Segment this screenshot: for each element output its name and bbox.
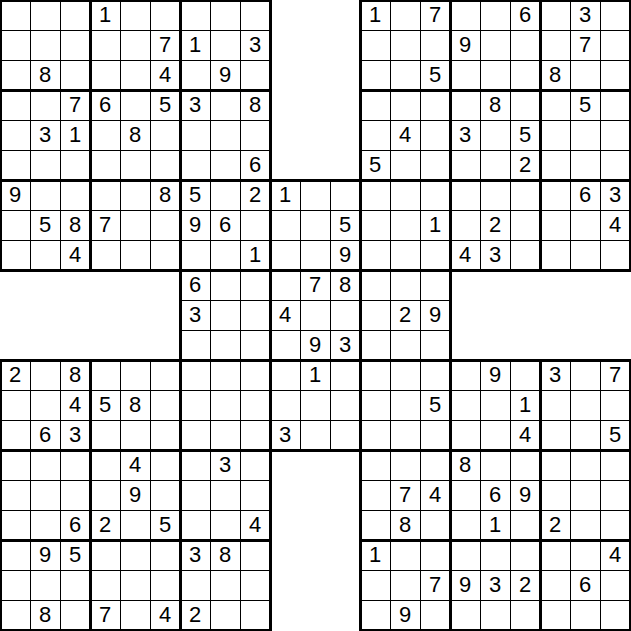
cell-r15c21[interactable]: 5 bbox=[600, 420, 630, 450]
cell-r16c5[interactable]: 4 bbox=[120, 450, 150, 480]
cell-r3c7[interactable] bbox=[180, 60, 210, 90]
cell-r13c7[interactable] bbox=[180, 360, 210, 390]
cell-r19c6[interactable] bbox=[150, 540, 180, 570]
cell-r11c15[interactable]: 9 bbox=[420, 300, 450, 330]
cell-r8c17[interactable]: 2 bbox=[480, 210, 510, 240]
cell-r8c21[interactable]: 4 bbox=[600, 210, 630, 240]
cell-r2c17[interactable] bbox=[480, 30, 510, 60]
cell-r2c16[interactable]: 9 bbox=[450, 30, 480, 60]
cell-r4c4[interactable]: 6 bbox=[90, 90, 120, 120]
cell-r13c4[interactable] bbox=[90, 360, 120, 390]
cell-r7c1[interactable]: 9 bbox=[0, 180, 30, 210]
cell-r21c14[interactable]: 9 bbox=[390, 600, 420, 630]
cell-r21c2[interactable]: 8 bbox=[30, 600, 60, 630]
cell-r7c17[interactable] bbox=[480, 180, 510, 210]
cell-r11c13[interactable] bbox=[360, 300, 390, 330]
cell-r17c4[interactable] bbox=[90, 480, 120, 510]
cell-r10c10[interactable] bbox=[270, 270, 300, 300]
cell-r5c14[interactable]: 4 bbox=[390, 120, 420, 150]
cell-r10c11[interactable]: 7 bbox=[300, 270, 330, 300]
cell-r4c2[interactable] bbox=[30, 90, 60, 120]
cell-r9c20[interactable] bbox=[570, 240, 600, 270]
cell-r10c9[interactable] bbox=[240, 270, 270, 300]
cell-r17c17[interactable]: 6 bbox=[480, 480, 510, 510]
cell-r1c6[interactable] bbox=[150, 0, 180, 30]
cell-r1c9[interactable] bbox=[240, 0, 270, 30]
cell-r19c9[interactable] bbox=[240, 540, 270, 570]
cell-r13c21[interactable]: 7 bbox=[600, 360, 630, 390]
cell-r18c13[interactable] bbox=[360, 510, 390, 540]
cell-r8c8[interactable]: 6 bbox=[210, 210, 240, 240]
cell-r2c9[interactable]: 3 bbox=[240, 30, 270, 60]
cell-r18c5[interactable] bbox=[120, 510, 150, 540]
cell-r17c18[interactable]: 9 bbox=[510, 480, 540, 510]
cell-r17c7[interactable] bbox=[180, 480, 210, 510]
cell-r14c12[interactable] bbox=[330, 390, 360, 420]
cell-r16c16[interactable]: 8 bbox=[450, 450, 480, 480]
cell-r17c8[interactable] bbox=[210, 480, 240, 510]
cell-r1c15[interactable]: 7 bbox=[420, 0, 450, 30]
cell-r16c9[interactable] bbox=[240, 450, 270, 480]
cell-r1c3[interactable] bbox=[60, 0, 90, 30]
cell-r19c5[interactable] bbox=[120, 540, 150, 570]
cell-r2c13[interactable] bbox=[360, 30, 390, 60]
cell-r15c14[interactable] bbox=[390, 420, 420, 450]
cell-r5c7[interactable] bbox=[180, 120, 210, 150]
cell-r13c19[interactable]: 3 bbox=[540, 360, 570, 390]
cell-r7c11[interactable] bbox=[300, 180, 330, 210]
cell-r14c2[interactable] bbox=[30, 390, 60, 420]
cell-r15c17[interactable] bbox=[480, 420, 510, 450]
cell-r4c7[interactable]: 3 bbox=[180, 90, 210, 120]
cell-r14c8[interactable] bbox=[210, 390, 240, 420]
cell-r9c19[interactable] bbox=[540, 240, 570, 270]
cell-r6c1[interactable] bbox=[0, 150, 30, 180]
cell-r20c5[interactable] bbox=[120, 570, 150, 600]
cell-r9c10[interactable] bbox=[270, 240, 300, 270]
cell-r19c4[interactable] bbox=[90, 540, 120, 570]
cell-r11c8[interactable] bbox=[210, 300, 240, 330]
cell-r21c8[interactable] bbox=[210, 600, 240, 630]
cell-r15c13[interactable] bbox=[360, 420, 390, 450]
cell-r3c19[interactable]: 8 bbox=[540, 60, 570, 90]
cell-r10c15[interactable] bbox=[420, 270, 450, 300]
cell-r16c8[interactable]: 3 bbox=[210, 450, 240, 480]
cell-r4c1[interactable] bbox=[0, 90, 30, 120]
cell-r8c1[interactable] bbox=[0, 210, 30, 240]
cell-r1c20[interactable]: 3 bbox=[570, 0, 600, 30]
cell-r13c1[interactable]: 2 bbox=[0, 360, 30, 390]
cell-r13c16[interactable] bbox=[450, 360, 480, 390]
cell-r13c14[interactable] bbox=[390, 360, 420, 390]
cell-r8c10[interactable] bbox=[270, 210, 300, 240]
cell-r14c1[interactable] bbox=[0, 390, 30, 420]
cell-r19c2[interactable]: 9 bbox=[30, 540, 60, 570]
cell-r5c4[interactable] bbox=[90, 120, 120, 150]
cell-r3c14[interactable] bbox=[390, 60, 420, 90]
cell-r5c2[interactable]: 3 bbox=[30, 120, 60, 150]
cell-r16c6[interactable] bbox=[150, 450, 180, 480]
cell-r7c18[interactable] bbox=[510, 180, 540, 210]
cell-r9c12[interactable]: 9 bbox=[330, 240, 360, 270]
cell-r1c17[interactable] bbox=[480, 0, 510, 30]
cell-r2c18[interactable] bbox=[510, 30, 540, 60]
cell-r15c7[interactable] bbox=[180, 420, 210, 450]
cell-r6c6[interactable] bbox=[150, 150, 180, 180]
cell-r8c11[interactable] bbox=[300, 210, 330, 240]
cell-r16c15[interactable] bbox=[420, 450, 450, 480]
cell-r11c14[interactable]: 2 bbox=[390, 300, 420, 330]
cell-r18c2[interactable] bbox=[30, 510, 60, 540]
cell-r6c5[interactable] bbox=[120, 150, 150, 180]
cell-r3c3[interactable] bbox=[60, 60, 90, 90]
cell-r3c9[interactable] bbox=[240, 60, 270, 90]
cell-r20c6[interactable] bbox=[150, 570, 180, 600]
cell-r18c1[interactable] bbox=[0, 510, 30, 540]
cell-r7c9[interactable]: 2 bbox=[240, 180, 270, 210]
cell-r2c1[interactable] bbox=[0, 30, 30, 60]
cell-r5c16[interactable]: 3 bbox=[450, 120, 480, 150]
cell-r4c15[interactable] bbox=[420, 90, 450, 120]
cell-r7c13[interactable] bbox=[360, 180, 390, 210]
cell-r13c18[interactable] bbox=[510, 360, 540, 390]
cell-r16c20[interactable] bbox=[570, 450, 600, 480]
cell-r18c16[interactable] bbox=[450, 510, 480, 540]
cell-r13c6[interactable] bbox=[150, 360, 180, 390]
cell-r11c12[interactable] bbox=[330, 300, 360, 330]
cell-r19c20[interactable] bbox=[570, 540, 600, 570]
cell-r12c14[interactable] bbox=[390, 330, 420, 360]
cell-r19c21[interactable]: 4 bbox=[600, 540, 630, 570]
cell-r21c16[interactable] bbox=[450, 600, 480, 630]
cell-r18c17[interactable]: 1 bbox=[480, 510, 510, 540]
cell-r5c6[interactable] bbox=[150, 120, 180, 150]
cell-r4c21[interactable] bbox=[600, 90, 630, 120]
cell-r9c1[interactable] bbox=[0, 240, 30, 270]
cell-r14c15[interactable]: 5 bbox=[420, 390, 450, 420]
cell-r10c13[interactable] bbox=[360, 270, 390, 300]
cell-r19c7[interactable]: 3 bbox=[180, 540, 210, 570]
cell-r18c6[interactable]: 5 bbox=[150, 510, 180, 540]
cell-r8c15[interactable]: 1 bbox=[420, 210, 450, 240]
cell-r16c17[interactable] bbox=[480, 450, 510, 480]
cell-r13c9[interactable] bbox=[240, 360, 270, 390]
cell-r18c15[interactable] bbox=[420, 510, 450, 540]
cell-r9c8[interactable] bbox=[210, 240, 240, 270]
cell-r16c14[interactable] bbox=[390, 450, 420, 480]
cell-r18c8[interactable] bbox=[210, 510, 240, 540]
cell-r14c9[interactable] bbox=[240, 390, 270, 420]
cell-r15c3[interactable]: 3 bbox=[60, 420, 90, 450]
cell-r18c3[interactable]: 6 bbox=[60, 510, 90, 540]
cell-r20c19[interactable] bbox=[540, 570, 570, 600]
cell-r16c21[interactable] bbox=[600, 450, 630, 480]
cell-r18c20[interactable] bbox=[570, 510, 600, 540]
cell-r11c11[interactable] bbox=[300, 300, 330, 330]
cell-r1c5[interactable] bbox=[120, 0, 150, 30]
cell-r7c20[interactable]: 6 bbox=[570, 180, 600, 210]
cell-r3c6[interactable]: 4 bbox=[150, 60, 180, 90]
cell-r2c5[interactable] bbox=[120, 30, 150, 60]
cell-r13c2[interactable] bbox=[30, 360, 60, 390]
cell-r6c18[interactable]: 2 bbox=[510, 150, 540, 180]
cell-r17c16[interactable] bbox=[450, 480, 480, 510]
cell-r21c17[interactable] bbox=[480, 600, 510, 630]
cell-r17c1[interactable] bbox=[0, 480, 30, 510]
cell-r6c19[interactable] bbox=[540, 150, 570, 180]
cell-r19c3[interactable]: 5 bbox=[60, 540, 90, 570]
cell-r5c5[interactable]: 8 bbox=[120, 120, 150, 150]
cell-r5c15[interactable] bbox=[420, 120, 450, 150]
cell-r7c3[interactable] bbox=[60, 180, 90, 210]
cell-r13c10[interactable] bbox=[270, 360, 300, 390]
cell-r3c1[interactable] bbox=[0, 60, 30, 90]
cell-r10c12[interactable]: 8 bbox=[330, 270, 360, 300]
cell-r7c10[interactable]: 1 bbox=[270, 180, 300, 210]
cell-r7c7[interactable]: 5 bbox=[180, 180, 210, 210]
cell-r15c18[interactable]: 4 bbox=[510, 420, 540, 450]
cell-r1c21[interactable] bbox=[600, 0, 630, 30]
cell-r1c7[interactable] bbox=[180, 0, 210, 30]
cell-r14c10[interactable] bbox=[270, 390, 300, 420]
cell-r17c5[interactable]: 9 bbox=[120, 480, 150, 510]
cell-r13c11[interactable]: 1 bbox=[300, 360, 330, 390]
cell-r20c2[interactable] bbox=[30, 570, 60, 600]
cell-r19c19[interactable] bbox=[540, 540, 570, 570]
cell-r1c16[interactable] bbox=[450, 0, 480, 30]
cell-r3c21[interactable] bbox=[600, 60, 630, 90]
cell-r4c6[interactable]: 5 bbox=[150, 90, 180, 120]
cell-r2c2[interactable] bbox=[30, 30, 60, 60]
cell-r21c6[interactable]: 4 bbox=[150, 600, 180, 630]
cell-r5c13[interactable] bbox=[360, 120, 390, 150]
cell-r7c12[interactable] bbox=[330, 180, 360, 210]
cell-r16c13[interactable] bbox=[360, 450, 390, 480]
cell-r18c14[interactable]: 8 bbox=[390, 510, 420, 540]
cell-r21c5[interactable] bbox=[120, 600, 150, 630]
cell-r10c14[interactable] bbox=[390, 270, 420, 300]
cell-r8c9[interactable] bbox=[240, 210, 270, 240]
cell-r4c18[interactable] bbox=[510, 90, 540, 120]
cell-r3c16[interactable] bbox=[450, 60, 480, 90]
cell-r11c7[interactable]: 3 bbox=[180, 300, 210, 330]
cell-r16c7[interactable] bbox=[180, 450, 210, 480]
cell-r21c9[interactable] bbox=[240, 600, 270, 630]
cell-r5c19[interactable] bbox=[540, 120, 570, 150]
cell-r16c3[interactable] bbox=[60, 450, 90, 480]
cell-r19c8[interactable]: 8 bbox=[210, 540, 240, 570]
cell-r19c13[interactable]: 1 bbox=[360, 540, 390, 570]
cell-r7c15[interactable] bbox=[420, 180, 450, 210]
cell-r8c13[interactable] bbox=[360, 210, 390, 240]
cell-r18c4[interactable]: 2 bbox=[90, 510, 120, 540]
cell-r4c9[interactable]: 8 bbox=[240, 90, 270, 120]
cell-r12c8[interactable] bbox=[210, 330, 240, 360]
cell-r17c20[interactable] bbox=[570, 480, 600, 510]
cell-r8c14[interactable] bbox=[390, 210, 420, 240]
cell-r4c19[interactable] bbox=[540, 90, 570, 120]
cell-r18c9[interactable]: 4 bbox=[240, 510, 270, 540]
cell-r5c8[interactable] bbox=[210, 120, 240, 150]
cell-r15c16[interactable] bbox=[450, 420, 480, 450]
cell-r20c4[interactable] bbox=[90, 570, 120, 600]
cell-r9c13[interactable] bbox=[360, 240, 390, 270]
cell-r9c2[interactable] bbox=[30, 240, 60, 270]
cell-r1c4[interactable]: 1 bbox=[90, 0, 120, 30]
cell-r2c3[interactable] bbox=[60, 30, 90, 60]
cell-r7c8[interactable] bbox=[210, 180, 240, 210]
cell-r12c9[interactable] bbox=[240, 330, 270, 360]
cell-r2c19[interactable] bbox=[540, 30, 570, 60]
cell-r6c2[interactable] bbox=[30, 150, 60, 180]
cell-r21c13[interactable] bbox=[360, 600, 390, 630]
cell-r14c11[interactable] bbox=[300, 390, 330, 420]
cell-r7c4[interactable] bbox=[90, 180, 120, 210]
cell-r20c16[interactable]: 9 bbox=[450, 570, 480, 600]
cell-r19c18[interactable] bbox=[510, 540, 540, 570]
cell-r6c9[interactable]: 6 bbox=[240, 150, 270, 180]
cell-r4c3[interactable]: 7 bbox=[60, 90, 90, 120]
cell-r3c15[interactable]: 5 bbox=[420, 60, 450, 90]
cell-r9c5[interactable] bbox=[120, 240, 150, 270]
cell-r3c8[interactable]: 9 bbox=[210, 60, 240, 90]
cell-r14c5[interactable]: 8 bbox=[120, 390, 150, 420]
cell-r20c18[interactable]: 2 bbox=[510, 570, 540, 600]
cell-r12c10[interactable] bbox=[270, 330, 300, 360]
cell-r8c5[interactable] bbox=[120, 210, 150, 240]
cell-r6c15[interactable] bbox=[420, 150, 450, 180]
cell-r21c21[interactable] bbox=[600, 600, 630, 630]
cell-r15c5[interactable] bbox=[120, 420, 150, 450]
cell-r15c9[interactable] bbox=[240, 420, 270, 450]
cell-r12c12[interactable]: 3 bbox=[330, 330, 360, 360]
cell-r9c21[interactable] bbox=[600, 240, 630, 270]
cell-r4c16[interactable] bbox=[450, 90, 480, 120]
cell-r18c7[interactable] bbox=[180, 510, 210, 540]
cell-r7c19[interactable] bbox=[540, 180, 570, 210]
cell-r3c4[interactable] bbox=[90, 60, 120, 90]
cell-r5c21[interactable] bbox=[600, 120, 630, 150]
cell-r2c8[interactable] bbox=[210, 30, 240, 60]
cell-r18c21[interactable] bbox=[600, 510, 630, 540]
cell-r21c7[interactable]: 2 bbox=[180, 600, 210, 630]
cell-r13c12[interactable] bbox=[330, 360, 360, 390]
cell-r4c8[interactable] bbox=[210, 90, 240, 120]
cell-r13c5[interactable] bbox=[120, 360, 150, 390]
cell-r15c8[interactable] bbox=[210, 420, 240, 450]
cell-r9c18[interactable] bbox=[510, 240, 540, 270]
cell-r5c3[interactable]: 1 bbox=[60, 120, 90, 150]
cell-r1c14[interactable] bbox=[390, 0, 420, 30]
cell-r20c15[interactable]: 7 bbox=[420, 570, 450, 600]
cell-r5c17[interactable] bbox=[480, 120, 510, 150]
cell-r20c21[interactable] bbox=[600, 570, 630, 600]
cell-r14c19[interactable] bbox=[540, 390, 570, 420]
cell-r12c11[interactable]: 9 bbox=[300, 330, 330, 360]
cell-r21c1[interactable] bbox=[0, 600, 30, 630]
cell-r8c7[interactable]: 9 bbox=[180, 210, 210, 240]
cell-r16c1[interactable] bbox=[0, 450, 30, 480]
cell-r15c6[interactable] bbox=[150, 420, 180, 450]
cell-r10c7[interactable]: 6 bbox=[180, 270, 210, 300]
cell-r8c3[interactable]: 8 bbox=[60, 210, 90, 240]
cell-r19c14[interactable] bbox=[390, 540, 420, 570]
cell-r5c1[interactable] bbox=[0, 120, 30, 150]
cell-r1c2[interactable] bbox=[30, 0, 60, 30]
cell-r14c7[interactable] bbox=[180, 390, 210, 420]
cell-r15c12[interactable] bbox=[330, 420, 360, 450]
cell-r7c21[interactable]: 3 bbox=[600, 180, 630, 210]
cell-r5c18[interactable]: 5 bbox=[510, 120, 540, 150]
cell-r14c16[interactable] bbox=[450, 390, 480, 420]
cell-r3c2[interactable]: 8 bbox=[30, 60, 60, 90]
cell-r8c6[interactable] bbox=[150, 210, 180, 240]
cell-r21c3[interactable] bbox=[60, 600, 90, 630]
cell-r14c18[interactable]: 1 bbox=[510, 390, 540, 420]
cell-r20c7[interactable] bbox=[180, 570, 210, 600]
cell-r3c13[interactable] bbox=[360, 60, 390, 90]
cell-r8c12[interactable]: 5 bbox=[330, 210, 360, 240]
cell-r21c20[interactable] bbox=[570, 600, 600, 630]
cell-r14c14[interactable] bbox=[390, 390, 420, 420]
cell-r6c14[interactable] bbox=[390, 150, 420, 180]
cell-r20c3[interactable] bbox=[60, 570, 90, 600]
cell-r20c1[interactable] bbox=[0, 570, 30, 600]
cell-r20c9[interactable] bbox=[240, 570, 270, 600]
cell-r7c14[interactable] bbox=[390, 180, 420, 210]
cell-r13c17[interactable]: 9 bbox=[480, 360, 510, 390]
cell-r9c17[interactable]: 3 bbox=[480, 240, 510, 270]
cell-r1c13[interactable]: 1 bbox=[360, 0, 390, 30]
cell-r13c20[interactable] bbox=[570, 360, 600, 390]
cell-r20c20[interactable]: 6 bbox=[570, 570, 600, 600]
cell-r9c4[interactable] bbox=[90, 240, 120, 270]
cell-r7c2[interactable] bbox=[30, 180, 60, 210]
cell-r9c15[interactable] bbox=[420, 240, 450, 270]
cell-r19c16[interactable] bbox=[450, 540, 480, 570]
cell-r8c19[interactable] bbox=[540, 210, 570, 240]
cell-r4c5[interactable] bbox=[120, 90, 150, 120]
cell-r6c16[interactable] bbox=[450, 150, 480, 180]
cell-r9c11[interactable] bbox=[300, 240, 330, 270]
cell-r10c8[interactable] bbox=[210, 270, 240, 300]
cell-r5c9[interactable] bbox=[240, 120, 270, 150]
cell-r14c6[interactable] bbox=[150, 390, 180, 420]
cell-r12c13[interactable] bbox=[360, 330, 390, 360]
cell-r16c4[interactable] bbox=[90, 450, 120, 480]
cell-r13c8[interactable] bbox=[210, 360, 240, 390]
cell-r13c15[interactable] bbox=[420, 360, 450, 390]
cell-r8c16[interactable] bbox=[450, 210, 480, 240]
cell-r4c13[interactable] bbox=[360, 90, 390, 120]
cell-r17c15[interactable]: 4 bbox=[420, 480, 450, 510]
cell-r15c4[interactable] bbox=[90, 420, 120, 450]
cell-r14c17[interactable] bbox=[480, 390, 510, 420]
cell-r6c21[interactable] bbox=[600, 150, 630, 180]
cell-r15c19[interactable] bbox=[540, 420, 570, 450]
cell-r9c7[interactable] bbox=[180, 240, 210, 270]
cell-r21c18[interactable] bbox=[510, 600, 540, 630]
cell-r6c3[interactable] bbox=[60, 150, 90, 180]
cell-r19c15[interactable] bbox=[420, 540, 450, 570]
cell-r2c7[interactable]: 1 bbox=[180, 30, 210, 60]
cell-r4c17[interactable]: 8 bbox=[480, 90, 510, 120]
cell-r7c5[interactable] bbox=[120, 180, 150, 210]
cell-r6c4[interactable] bbox=[90, 150, 120, 180]
cell-r1c1[interactable] bbox=[0, 0, 30, 30]
cell-r17c2[interactable] bbox=[30, 480, 60, 510]
cell-r4c14[interactable] bbox=[390, 90, 420, 120]
